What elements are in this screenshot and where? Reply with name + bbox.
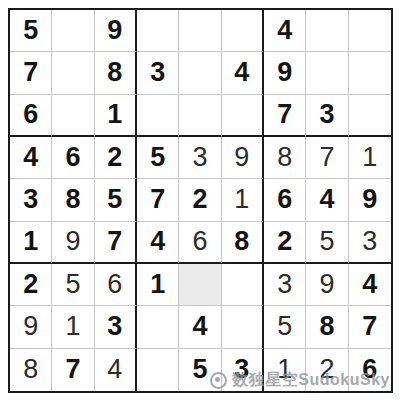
cell-r2c9[interactable] <box>349 52 391 94</box>
cell-r3c7[interactable]: 7 <box>264 95 306 137</box>
cell-r8c3[interactable]: 3 <box>95 306 137 348</box>
cell-r4c6[interactable]: 9 <box>222 137 264 179</box>
cell-r5c7[interactable]: 6 <box>264 179 306 221</box>
cell-r7c7[interactable]: 3 <box>264 264 306 306</box>
cell-r5c2[interactable]: 8 <box>52 179 94 221</box>
cell-r3c3[interactable]: 1 <box>95 95 137 137</box>
cell-r3c2[interactable] <box>52 95 94 137</box>
cell-r6c5[interactable]: 6 <box>179 222 221 264</box>
cell-r9c2[interactable]: 7 <box>52 349 94 391</box>
cell-r1c8[interactable] <box>306 10 348 52</box>
cell-r9c5[interactable]: 5 <box>179 349 221 391</box>
cell-r3c8[interactable]: 3 <box>306 95 348 137</box>
cell-r2c6[interactable]: 4 <box>222 52 264 94</box>
cell-r1c4[interactable] <box>137 10 179 52</box>
cell-r2c5[interactable] <box>179 52 221 94</box>
cell-r5c9[interactable]: 9 <box>349 179 391 221</box>
cell-r1c1[interactable]: 5 <box>10 10 52 52</box>
cell-r6c8[interactable]: 5 <box>306 222 348 264</box>
cell-r2c4[interactable]: 3 <box>137 52 179 94</box>
cell-r8c5[interactable]: 4 <box>179 306 221 348</box>
cell-r4c7[interactable]: 8 <box>264 137 306 179</box>
cell-r7c3[interactable]: 6 <box>95 264 137 306</box>
cell-r8c2[interactable]: 1 <box>52 306 94 348</box>
cell-r1c5[interactable] <box>179 10 221 52</box>
cell-r5c5[interactable]: 2 <box>179 179 221 221</box>
cell-r3c1[interactable]: 6 <box>10 95 52 137</box>
cell-r5c4[interactable]: 7 <box>137 179 179 221</box>
cell-r1c9[interactable] <box>349 10 391 52</box>
cell-r9c9[interactable]: 6 <box>349 349 391 391</box>
cell-r5c1[interactable]: 3 <box>10 179 52 221</box>
cell-r8c7[interactable]: 5 <box>264 306 306 348</box>
cell-r4c4[interactable]: 5 <box>137 137 179 179</box>
cell-r1c7[interactable]: 4 <box>264 10 306 52</box>
cell-r9c6[interactable]: 3 <box>222 349 264 391</box>
cell-r6c4[interactable]: 4 <box>137 222 179 264</box>
cell-r8c9[interactable]: 7 <box>349 306 391 348</box>
cell-r3c4[interactable] <box>137 95 179 137</box>
cell-r9c7[interactable]: 1 <box>264 349 306 391</box>
cell-r8c1[interactable]: 9 <box>10 306 52 348</box>
cell-r6c7[interactable]: 2 <box>264 222 306 264</box>
cell-r5c6[interactable]: 1 <box>222 179 264 221</box>
cell-r7c4[interactable]: 1 <box>137 264 179 306</box>
cell-r1c6[interactable] <box>222 10 264 52</box>
cell-r2c7[interactable]: 9 <box>264 52 306 94</box>
cell-r4c2[interactable]: 6 <box>52 137 94 179</box>
cell-r6c6[interactable]: 8 <box>222 222 264 264</box>
cell-r6c1[interactable]: 1 <box>10 222 52 264</box>
cell-r2c2[interactable] <box>52 52 94 94</box>
cell-r8c6[interactable] <box>222 306 264 348</box>
sudoku-board: 5947834961734625398713857216491974682532… <box>8 8 393 393</box>
cell-r4c9[interactable]: 1 <box>349 137 391 179</box>
cell-r9c1[interactable]: 8 <box>10 349 52 391</box>
cell-r5c3[interactable]: 5 <box>95 179 137 221</box>
cell-r7c9[interactable]: 4 <box>349 264 391 306</box>
cell-r6c9[interactable]: 3 <box>349 222 391 264</box>
cell-r4c1[interactable]: 4 <box>10 137 52 179</box>
cell-r3c5[interactable] <box>179 95 221 137</box>
cell-r8c4[interactable] <box>137 306 179 348</box>
cell-r4c5[interactable]: 3 <box>179 137 221 179</box>
cell-r9c4[interactable] <box>137 349 179 391</box>
cell-r7c2[interactable]: 5 <box>52 264 94 306</box>
cell-r3c6[interactable] <box>222 95 264 137</box>
cell-r4c3[interactable]: 2 <box>95 137 137 179</box>
cell-r6c3[interactable]: 7 <box>95 222 137 264</box>
sudoku-page: 5947834961734625398713857216491974682532… <box>0 0 400 400</box>
cell-r9c8[interactable]: 2 <box>306 349 348 391</box>
cell-r1c3[interactable]: 9 <box>95 10 137 52</box>
cell-r2c1[interactable]: 7 <box>10 52 52 94</box>
cell-r4c8[interactable]: 7 <box>306 137 348 179</box>
cell-r6c2[interactable]: 9 <box>52 222 94 264</box>
cell-r2c8[interactable] <box>306 52 348 94</box>
cell-r3c9[interactable] <box>349 95 391 137</box>
cell-r7c8[interactable]: 9 <box>306 264 348 306</box>
cell-r7c6[interactable] <box>222 264 264 306</box>
cell-r7c5[interactable] <box>179 264 221 306</box>
cell-r8c8[interactable]: 8 <box>306 306 348 348</box>
cell-r1c2[interactable] <box>52 10 94 52</box>
cell-r7c1[interactable]: 2 <box>10 264 52 306</box>
cell-r9c3[interactable]: 4 <box>95 349 137 391</box>
cell-r2c3[interactable]: 8 <box>95 52 137 94</box>
cell-r5c8[interactable]: 4 <box>306 179 348 221</box>
